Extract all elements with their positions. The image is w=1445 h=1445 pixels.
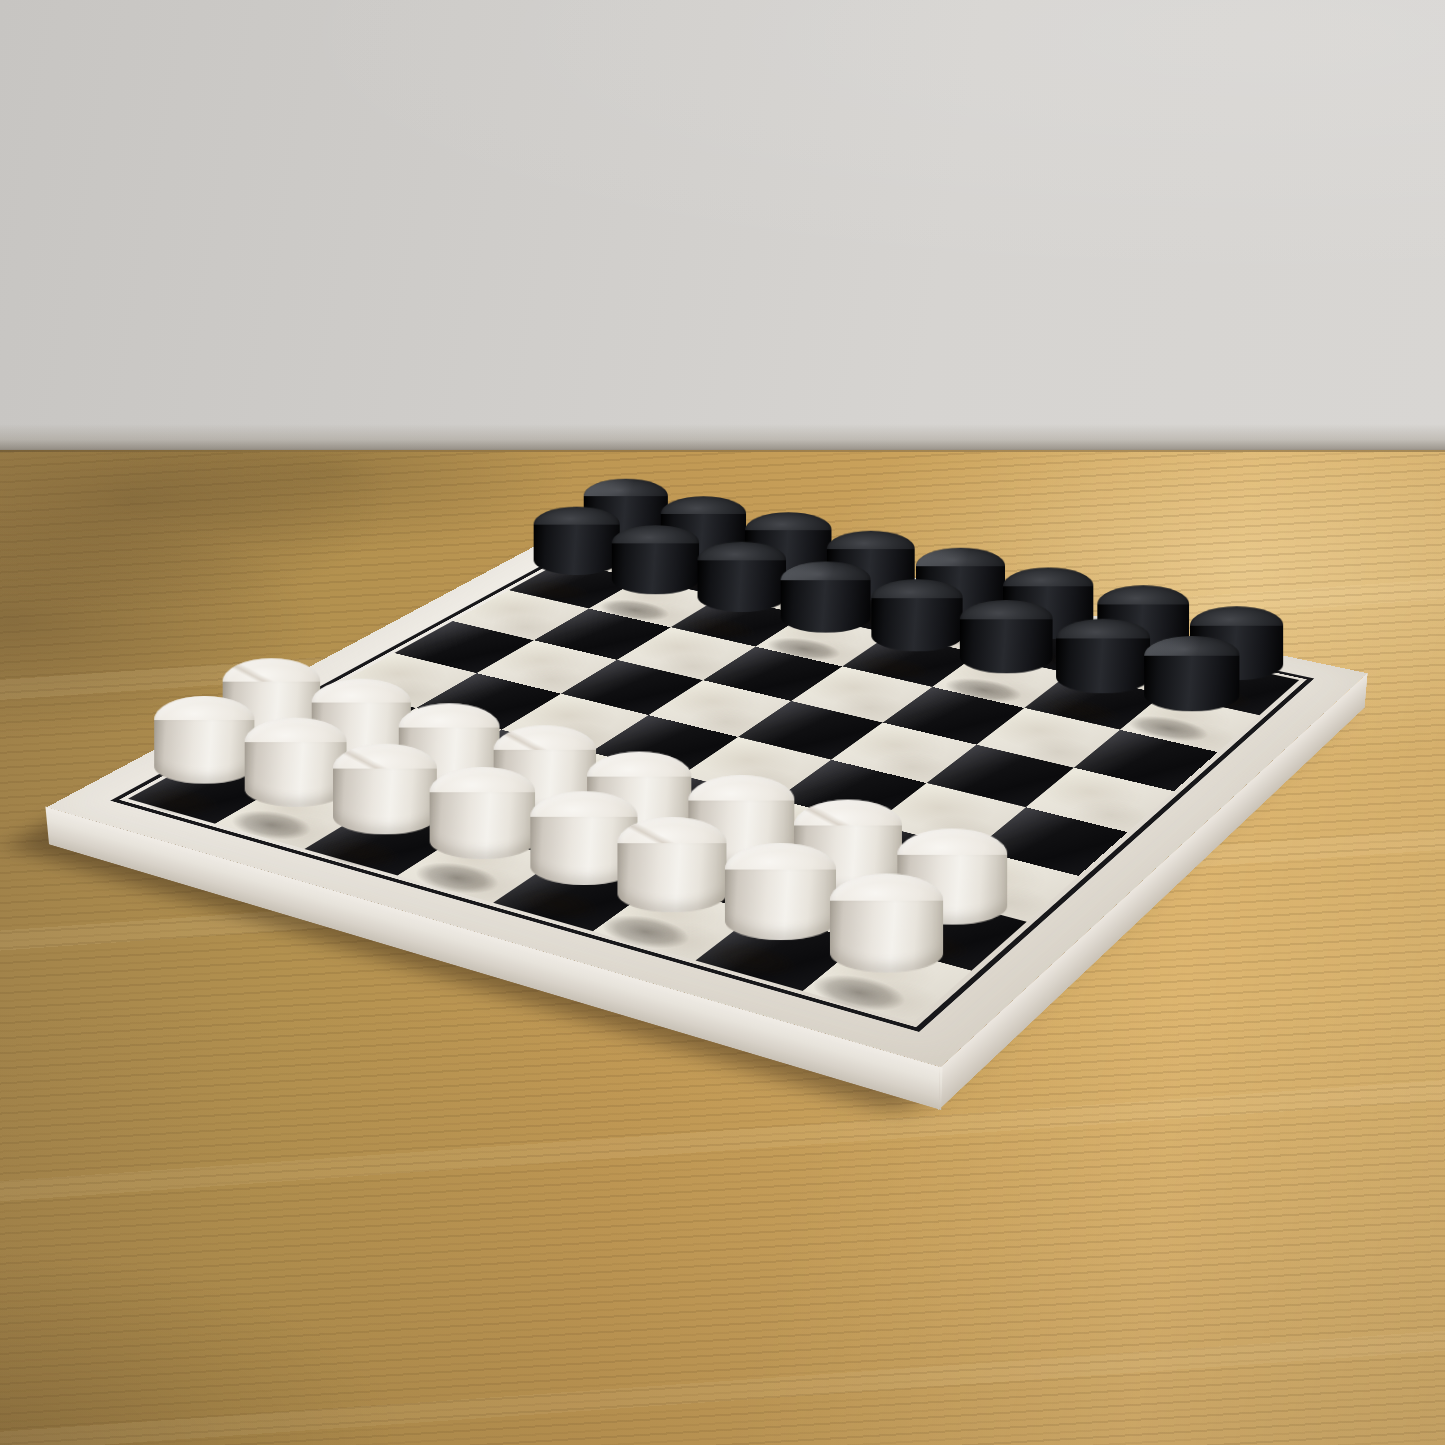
checker-cylinder: ⛀: [430, 767, 536, 859]
checker-side-face: [245, 742, 347, 807]
checker-side-face: [617, 843, 726, 912]
checker-cylinder: ⛀: [724, 843, 835, 940]
checker-cylinder: ⛂: [1056, 619, 1150, 694]
checker-side-face: [430, 792, 536, 859]
checker-cylinder: ⛂: [781, 562, 871, 633]
checker-cylinder: ⛂: [871, 579, 962, 651]
checker-cylinder: ⛂: [697, 542, 786, 612]
checker-side-face: [533, 525, 619, 575]
checker-side-face: [697, 560, 786, 612]
checker-side-face: [1144, 656, 1240, 712]
checker-cylinder: ⛀: [245, 718, 347, 807]
checker-cylinder: ⛂: [533, 507, 619, 575]
checker-side-face: [333, 769, 437, 835]
checker-side-face: [960, 619, 1053, 673]
checker-side-face: [1056, 639, 1150, 694]
checker-side-face: [612, 544, 700, 595]
checker-cylinder: ⛀: [333, 744, 437, 835]
checker-cylinder: ⛀: [617, 817, 726, 913]
square-g7: ⛂: [1024, 673, 1163, 729]
board-3d-scene: ⛂⛂⛂⛂⛂⛂⛂⛂⛂⛂⛂⛂⛂⛂⛂⛂⛀⛀⛀⛀⛀⛀⛀⛀⛀⛀⛀⛀⛀⛀⛀⛀: [0, 0, 1445, 1445]
field-grid: ⛂⛂⛂⛂⛂⛂⛂⛂⛂⛂⛂⛂⛂⛂⛂⛂⛀⛀⛀⛀⛀⛀⛀⛀⛀⛀⛀⛀⛀⛀⛀⛀: [128, 533, 1299, 1022]
scene: ⛂⛂⛂⛂⛂⛂⛂⛂⛂⛂⛂⛂⛂⛂⛂⛂⛀⛀⛀⛀⛀⛀⛀⛀⛀⛀⛀⛀⛀⛀⛀⛀ White a…: [0, 0, 1445, 1445]
checker-side-face: [871, 598, 962, 651]
checker-cylinder: ⛂: [1144, 636, 1240, 712]
checkers-board: ⛂⛂⛂⛂⛂⛂⛂⛂⛂⛂⛂⛂⛂⛂⛂⛂⛀⛀⛀⛀⛀⛀⛀⛀⛀⛀⛀⛀⛀⛀⛀⛀: [47, 511, 1367, 1066]
checker-side-face: [154, 720, 254, 784]
checker-side-face: [781, 580, 871, 633]
checker-cylinder: ⛂: [612, 525, 700, 594]
checker-cylinder: ⛀: [830, 874, 943, 973]
checker-cylinder: ⛀: [154, 696, 254, 784]
board-top-face: ⛂⛂⛂⛂⛂⛂⛂⛂⛂⛂⛂⛂⛂⛂⛂⛂⛀⛀⛀⛀⛀⛀⛀⛀⛀⛀⛀⛀⛀⛀⛀⛀: [47, 511, 1367, 1066]
checker-cylinder: ⛂: [960, 600, 1053, 674]
checker-side-face: [830, 901, 943, 973]
checker-side-face: [724, 870, 835, 941]
